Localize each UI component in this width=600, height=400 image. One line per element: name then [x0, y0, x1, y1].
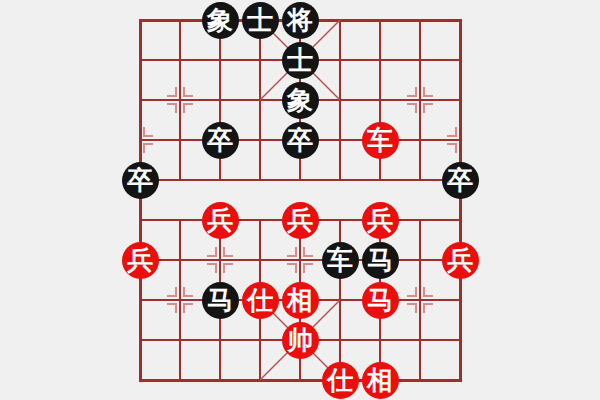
red-horse[interactable]: 马: [362, 282, 399, 319]
black-horse[interactable]: 马: [362, 242, 399, 279]
point-f3r6: [240, 240, 280, 280]
point-f4r0: 将: [280, 0, 320, 40]
point-f8r6: 兵: [440, 240, 480, 280]
point-f3r4: [240, 160, 280, 200]
point-f1r5: [160, 200, 200, 240]
point-f0r3: [120, 120, 160, 160]
point-f4r4: [280, 160, 320, 200]
point-f8r0: [440, 0, 480, 40]
point-f4r6: [280, 240, 320, 280]
black-advisor[interactable]: 士: [282, 42, 319, 79]
red-soldier[interactable]: 兵: [442, 242, 479, 279]
point-f1r6: [160, 240, 200, 280]
point-f8r3: [440, 120, 480, 160]
point-f4r2: 象: [280, 80, 320, 120]
xiangqi-diagram: 象士将士象卒卒车卒卒兵兵兵兵车马兵马仕相马帅仕相: [0, 0, 600, 400]
point-f4r5: 兵: [280, 200, 320, 240]
point-f2r2: [200, 80, 240, 120]
point-f6r1: [360, 40, 400, 80]
point-f8r9: [440, 360, 480, 400]
red-soldier[interactable]: 兵: [202, 202, 239, 239]
point-f5r6: 车: [320, 240, 360, 280]
point-f6r2: [360, 80, 400, 120]
point-f5r5: [320, 200, 360, 240]
point-f7r0: [400, 0, 440, 40]
point-f8r7: [440, 280, 480, 320]
point-f4r3: 卒: [280, 120, 320, 160]
point-f6r7: 马: [360, 280, 400, 320]
point-f4r7: 相: [280, 280, 320, 320]
point-f4r1: 士: [280, 40, 320, 80]
point-f3r8: [240, 320, 280, 360]
point-f0r1: [120, 40, 160, 80]
black-chariot[interactable]: 车: [322, 242, 359, 279]
red-advisor[interactable]: 仕: [322, 362, 359, 399]
red-chariot[interactable]: 车: [362, 122, 399, 159]
point-f3r1: [240, 40, 280, 80]
point-f8r4: 卒: [440, 160, 480, 200]
point-f3r5: [240, 200, 280, 240]
point-f6r5: 兵: [360, 200, 400, 240]
black-elephant[interactable]: 象: [202, 2, 239, 39]
point-f1r0: [160, 0, 200, 40]
point-f0r7: [120, 280, 160, 320]
point-f6r4: [360, 160, 400, 200]
point-f8r8: [440, 320, 480, 360]
red-elephant[interactable]: 相: [362, 362, 399, 399]
point-f2r3: 卒: [200, 120, 240, 160]
point-f3r3: [240, 120, 280, 160]
point-f4r8: 帅: [280, 320, 320, 360]
point-f7r1: [400, 40, 440, 80]
point-f5r8: [320, 320, 360, 360]
point-f2r4: [200, 160, 240, 200]
red-general[interactable]: 帅: [282, 322, 319, 359]
point-f5r3: [320, 120, 360, 160]
point-f2r8: [200, 320, 240, 360]
point-f0r4: 卒: [120, 160, 160, 200]
point-f7r2: [400, 80, 440, 120]
black-elephant[interactable]: 象: [282, 82, 319, 119]
point-f4r9: [280, 360, 320, 400]
point-f1r3: [160, 120, 200, 160]
point-f0r2: [120, 80, 160, 120]
black-advisor[interactable]: 士: [242, 2, 279, 39]
point-f7r3: [400, 120, 440, 160]
point-f2r6: [200, 240, 240, 280]
point-f2r1: [200, 40, 240, 80]
point-f1r1: [160, 40, 200, 80]
point-f2r0: 象: [200, 0, 240, 40]
point-f3r2: [240, 80, 280, 120]
point-f2r7: 马: [200, 280, 240, 320]
black-soldier[interactable]: 卒: [122, 162, 159, 199]
point-f6r8: [360, 320, 400, 360]
point-f1r7: [160, 280, 200, 320]
point-f5r7: [320, 280, 360, 320]
point-f2r5: 兵: [200, 200, 240, 240]
red-elephant[interactable]: 相: [282, 282, 319, 319]
point-f3r9: [240, 360, 280, 400]
point-f7r8: [400, 320, 440, 360]
point-f0r5: [120, 200, 160, 240]
point-f7r4: [400, 160, 440, 200]
point-f5r0: [320, 0, 360, 40]
red-advisor[interactable]: 仕: [242, 282, 279, 319]
point-f0r8: [120, 320, 160, 360]
point-f2r9: [200, 360, 240, 400]
point-f7r7: [400, 280, 440, 320]
point-f1r9: [160, 360, 200, 400]
point-f0r6: 兵: [120, 240, 160, 280]
point-f3r7: 仕: [240, 280, 280, 320]
point-f8r2: [440, 80, 480, 120]
point-f8r1: [440, 40, 480, 80]
point-f5r4: [320, 160, 360, 200]
point-f8r5: [440, 200, 480, 240]
black-horse[interactable]: 马: [202, 282, 239, 319]
black-general[interactable]: 将: [282, 2, 319, 39]
point-f0r0: [120, 0, 160, 40]
point-f7r9: [400, 360, 440, 400]
red-soldier[interactable]: 兵: [122, 242, 159, 279]
red-soldier[interactable]: 兵: [362, 202, 399, 239]
black-soldier[interactable]: 卒: [442, 162, 479, 199]
point-f5r1: [320, 40, 360, 80]
point-f7r5: [400, 200, 440, 240]
black-soldier[interactable]: 卒: [202, 122, 239, 159]
point-f5r2: [320, 80, 360, 120]
point-f5r9: 仕: [320, 360, 360, 400]
point-f1r2: [160, 80, 200, 120]
red-soldier[interactable]: 兵: [282, 202, 319, 239]
black-soldier[interactable]: 卒: [282, 122, 319, 159]
xiangqi-board: 象士将士象卒卒车卒卒兵兵兵兵车马兵马仕相马帅仕相: [120, 0, 480, 400]
point-f3r0: 士: [240, 0, 280, 40]
point-f1r4: [160, 160, 200, 200]
point-f7r6: [400, 240, 440, 280]
point-f6r0: [360, 0, 400, 40]
point-f6r9: 相: [360, 360, 400, 400]
point-f6r3: 车: [360, 120, 400, 160]
point-f6r6: 马: [360, 240, 400, 280]
point-f0r9: [120, 360, 160, 400]
point-f1r8: [160, 320, 200, 360]
